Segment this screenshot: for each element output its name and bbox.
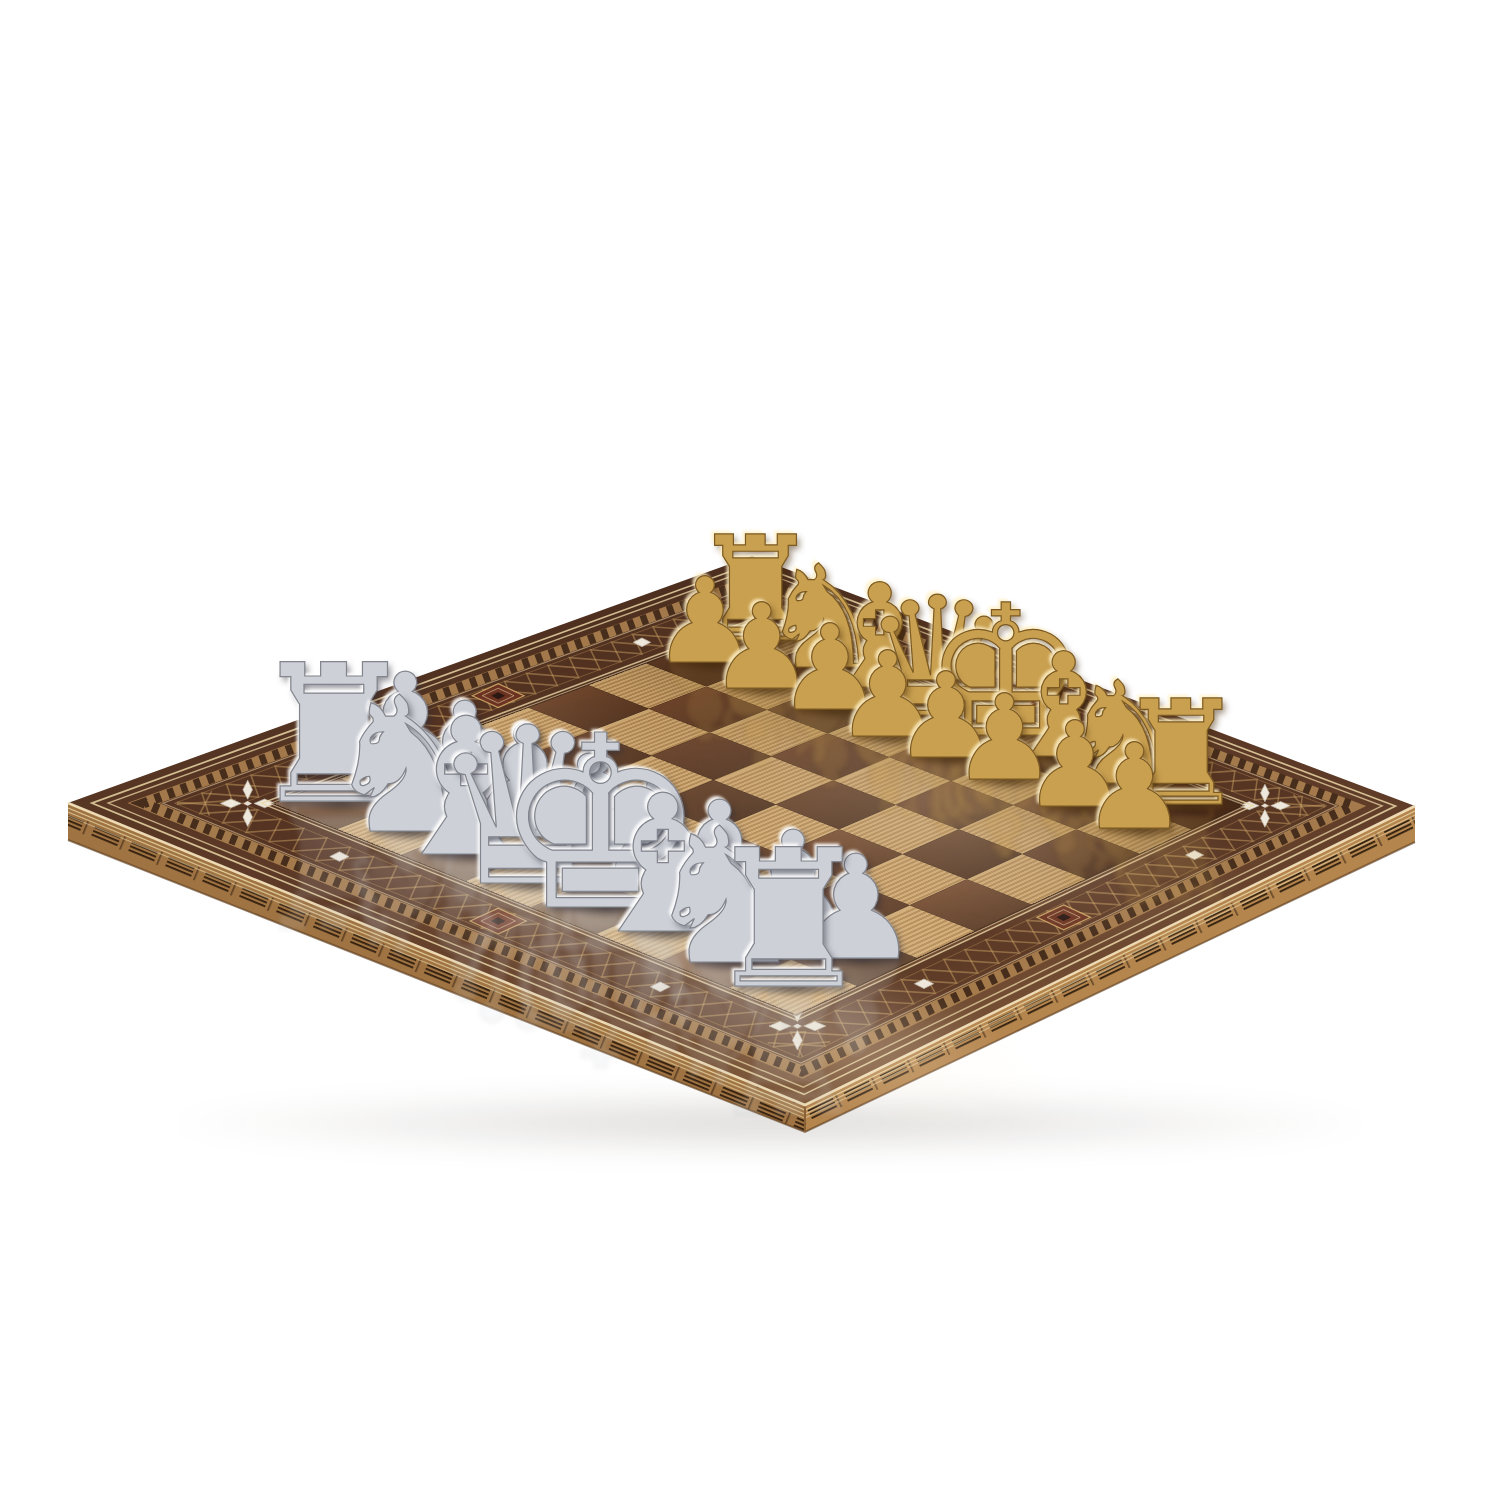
piece-silver-rook-h1[interactable]: ♜︎♜︎ — [703, 829, 874, 1011]
gold-pawn-icon: ♟︎ — [1081, 732, 1187, 844]
silver-rook-icon: ♜︎ — [703, 829, 874, 1011]
chess-set-photo: ♜︎♜︎♞︎♞︎♝︎♝︎♛︎♛︎♚︎♚︎♝︎♝︎♞︎♞︎♜︎♜︎♟︎♟︎♟︎♟︎… — [0, 0, 1500, 1500]
piece-gold-pawn-h7[interactable]: ♟︎♟︎ — [1081, 732, 1187, 844]
